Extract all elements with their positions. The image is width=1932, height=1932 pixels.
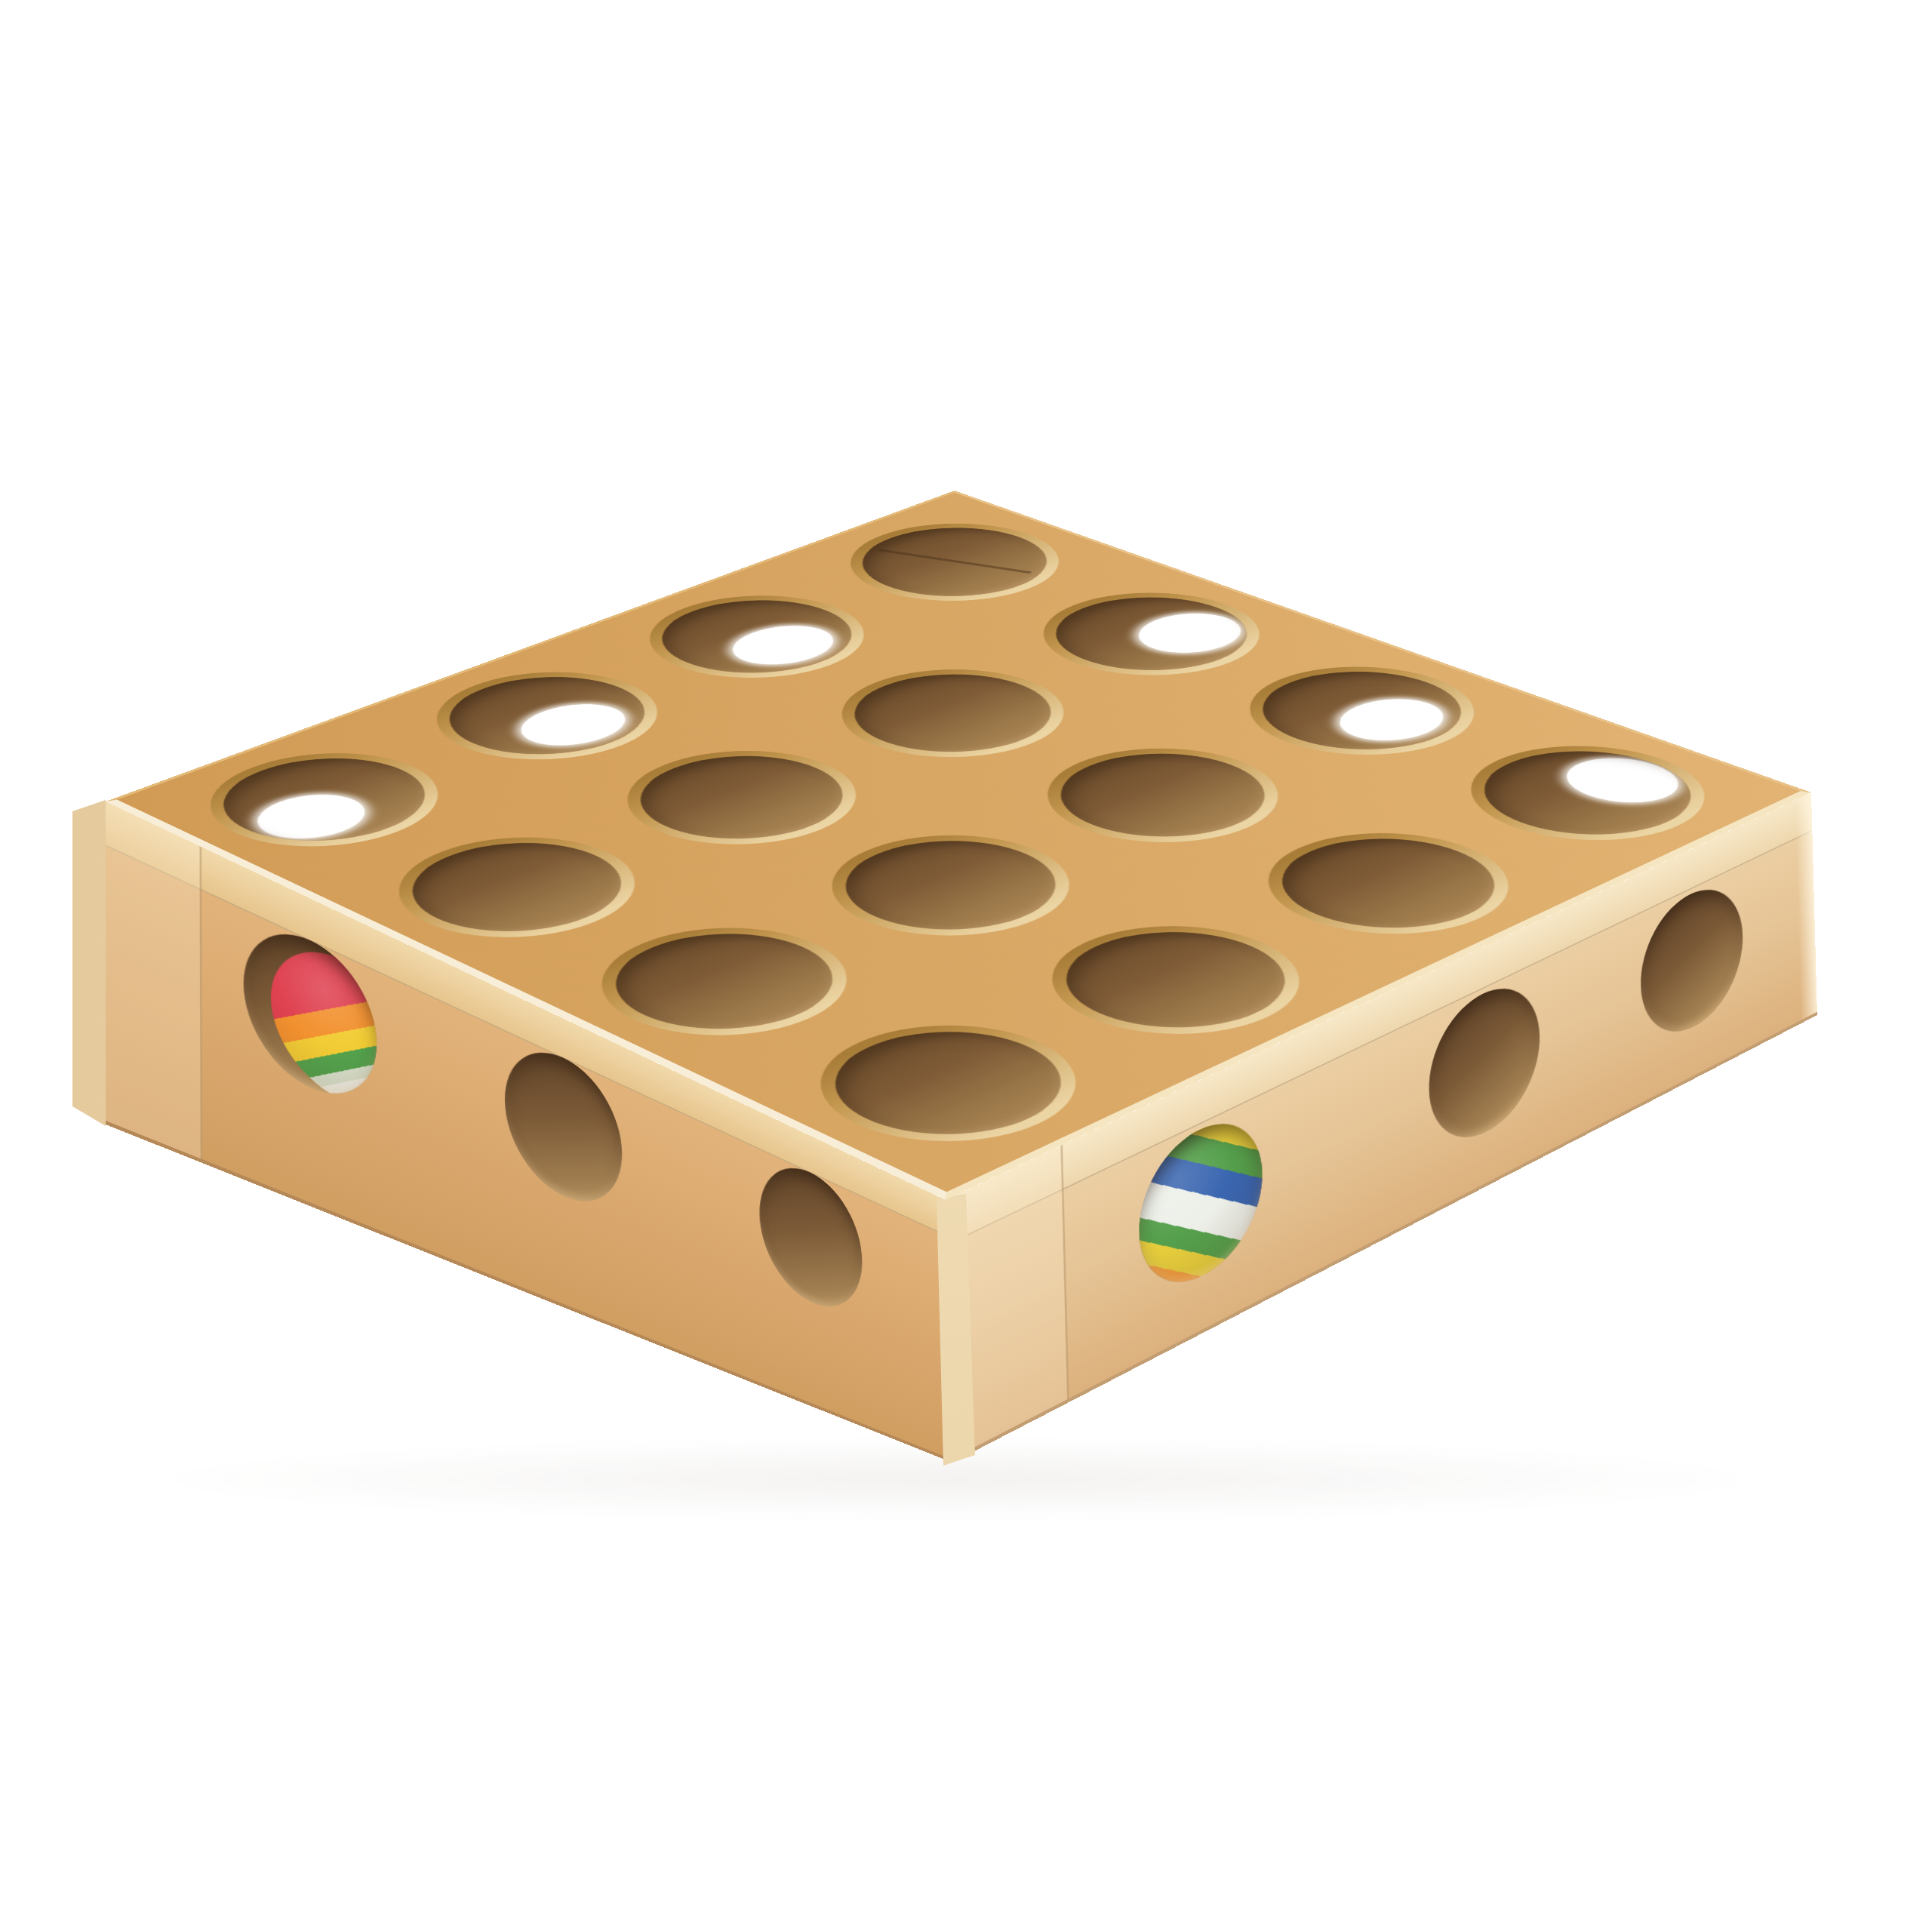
top-hole-r3c1 [1021,913,1330,1048]
see-through-background [236,786,386,848]
corner-joint-end-grain [946,1145,1069,1459]
scene [0,0,1932,1932]
see-through-background [1318,691,1464,749]
top-hole-r1c2 [814,659,1091,768]
inner-corner-seam [878,549,1032,574]
top-hole-r0c2 [623,586,890,688]
see-through-background [1117,606,1261,661]
see-through-background [1544,749,1700,812]
corner-joint-end-grain [106,801,202,1159]
top-hole-r3c2 [1238,821,1537,946]
top-hole-r1c3 [1016,583,1285,685]
top-hole-r0c3 [824,514,1084,611]
see-through-background [712,618,854,672]
top-hole-r3c0 [789,1011,1107,1156]
right-edge-highlight [1795,792,1817,1020]
top-hole-r1c1 [599,740,884,857]
top-hole-r3c3 [1441,735,1732,853]
top-hole-r2c0 [571,915,877,1049]
top-hole-r2c3 [1222,657,1501,766]
top-hole-r2c2 [1018,737,1306,854]
see-through-background [500,696,646,753]
top-hole-r2c1 [802,823,1099,949]
